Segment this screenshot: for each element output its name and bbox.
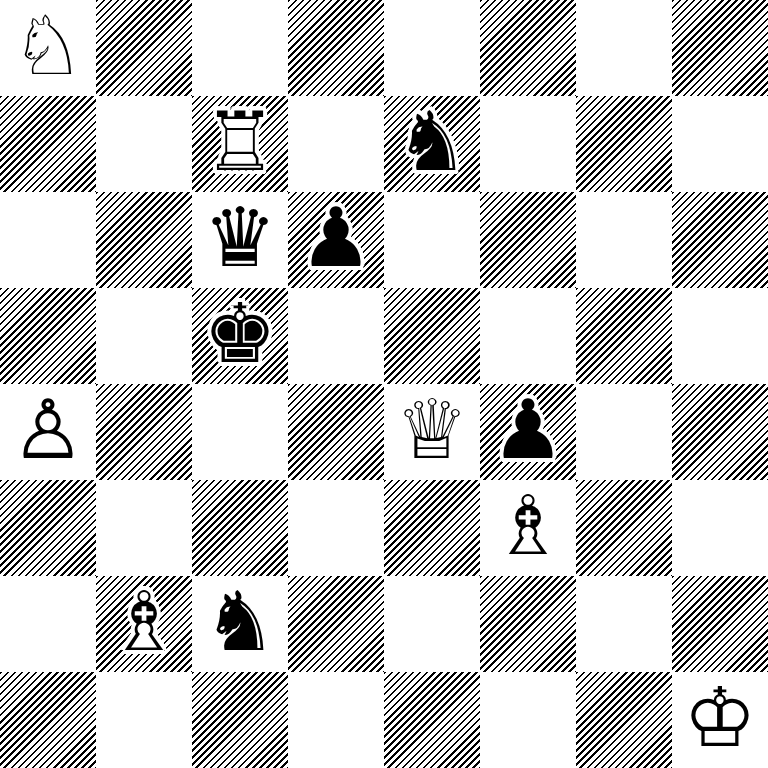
square-b8[interactable] <box>96 0 192 96</box>
square-d5[interactable] <box>288 288 384 384</box>
white-knight-icon: ♘ <box>0 5 96 87</box>
square-d7[interactable] <box>288 96 384 192</box>
square-d2[interactable] <box>288 576 384 672</box>
piece-black-queen-c6[interactable]: ♛♛ <box>192 192 288 288</box>
square-e4[interactable]: ♛♕ <box>384 384 480 480</box>
piece-black-king-c5[interactable]: ♚♚ <box>192 288 288 384</box>
square-c1[interactable] <box>192 672 288 768</box>
square-c8[interactable] <box>192 0 288 96</box>
square-f8[interactable] <box>480 0 576 96</box>
white-bishop-icon: ♗ <box>480 485 576 567</box>
square-e1[interactable] <box>384 672 480 768</box>
square-h8[interactable] <box>672 0 768 96</box>
square-e5[interactable] <box>384 288 480 384</box>
white-queen-icon: ♕ <box>384 389 480 471</box>
chess-board: ♞♘♜♖♞♞♛♛♟♟♚♚♟♙♛♕♟♟♝♗♝♗♞♞♚♔ <box>0 0 768 768</box>
square-b2[interactable]: ♝♗ <box>96 576 192 672</box>
square-h2[interactable] <box>672 576 768 672</box>
square-e7[interactable]: ♞♞ <box>384 96 480 192</box>
square-g2[interactable] <box>576 576 672 672</box>
square-h5[interactable] <box>672 288 768 384</box>
square-f4[interactable]: ♟♟ <box>480 384 576 480</box>
square-a3[interactable] <box>0 480 96 576</box>
black-king-icon: ♚ <box>192 293 288 375</box>
square-c2[interactable]: ♞♞ <box>192 576 288 672</box>
square-d4[interactable] <box>288 384 384 480</box>
square-c5[interactable]: ♚♚ <box>192 288 288 384</box>
square-b4[interactable] <box>96 384 192 480</box>
piece-white-queen-e4[interactable]: ♛♕ <box>384 384 480 480</box>
square-f7[interactable] <box>480 96 576 192</box>
square-d6[interactable]: ♟♟ <box>288 192 384 288</box>
square-b7[interactable] <box>96 96 192 192</box>
square-d3[interactable] <box>288 480 384 576</box>
square-h6[interactable] <box>672 192 768 288</box>
square-c3[interactable] <box>192 480 288 576</box>
square-g4[interactable] <box>576 384 672 480</box>
white-rook-icon: ♖ <box>192 101 288 183</box>
square-e3[interactable] <box>384 480 480 576</box>
piece-white-pawn-a4[interactable]: ♟♙ <box>0 384 96 480</box>
square-e8[interactable] <box>384 0 480 96</box>
white-king-icon: ♔ <box>672 677 768 759</box>
black-queen-icon: ♛ <box>192 197 288 279</box>
piece-white-knight-a8[interactable]: ♞♘ <box>0 0 96 96</box>
white-pawn-icon: ♙ <box>0 389 96 471</box>
square-b6[interactable] <box>96 192 192 288</box>
square-f5[interactable] <box>480 288 576 384</box>
square-a7[interactable] <box>0 96 96 192</box>
square-g5[interactable] <box>576 288 672 384</box>
square-d8[interactable] <box>288 0 384 96</box>
square-c4[interactable] <box>192 384 288 480</box>
square-f1[interactable] <box>480 672 576 768</box>
piece-white-king-h1[interactable]: ♚♔ <box>672 672 768 768</box>
piece-white-bishop-f3[interactable]: ♝♗ <box>480 480 576 576</box>
black-knight-icon: ♞ <box>384 101 480 183</box>
square-a5[interactable] <box>0 288 96 384</box>
square-g8[interactable] <box>576 0 672 96</box>
black-knight-icon: ♞ <box>192 581 288 663</box>
square-d1[interactable] <box>288 672 384 768</box>
square-a1[interactable] <box>0 672 96 768</box>
piece-white-rook-c7[interactable]: ♜♖ <box>192 96 288 192</box>
piece-black-knight-c2[interactable]: ♞♞ <box>192 576 288 672</box>
square-f6[interactable] <box>480 192 576 288</box>
black-pawn-icon: ♟ <box>288 197 384 279</box>
square-a4[interactable]: ♟♙ <box>0 384 96 480</box>
square-e6[interactable] <box>384 192 480 288</box>
square-a8[interactable]: ♞♘ <box>0 0 96 96</box>
square-h1[interactable]: ♚♔ <box>672 672 768 768</box>
square-f3[interactable]: ♝♗ <box>480 480 576 576</box>
piece-black-knight-e7[interactable]: ♞♞ <box>384 96 480 192</box>
square-g3[interactable] <box>576 480 672 576</box>
square-c7[interactable]: ♜♖ <box>192 96 288 192</box>
square-g7[interactable] <box>576 96 672 192</box>
square-b3[interactable] <box>96 480 192 576</box>
square-a6[interactable] <box>0 192 96 288</box>
piece-black-pawn-f4[interactable]: ♟♟ <box>480 384 576 480</box>
square-h3[interactable] <box>672 480 768 576</box>
square-b5[interactable] <box>96 288 192 384</box>
white-bishop-icon: ♗ <box>96 581 192 663</box>
square-a2[interactable] <box>0 576 96 672</box>
black-pawn-icon: ♟ <box>480 389 576 471</box>
square-e2[interactable] <box>384 576 480 672</box>
square-h4[interactable] <box>672 384 768 480</box>
piece-white-bishop-b2[interactable]: ♝♗ <box>96 576 192 672</box>
square-h7[interactable] <box>672 96 768 192</box>
square-g6[interactable] <box>576 192 672 288</box>
piece-black-pawn-d6[interactable]: ♟♟ <box>288 192 384 288</box>
square-f2[interactable] <box>480 576 576 672</box>
square-g1[interactable] <box>576 672 672 768</box>
square-c6[interactable]: ♛♛ <box>192 192 288 288</box>
square-b1[interactable] <box>96 672 192 768</box>
